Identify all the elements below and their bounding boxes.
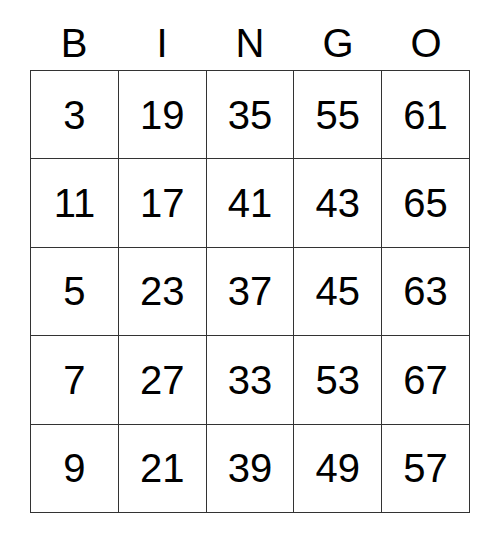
cell-r3-n[interactable]: 37 <box>207 248 295 336</box>
bingo-card: B I N G O 3 19 35 55 61 11 17 41 43 65 5… <box>0 0 500 544</box>
cell-r1-o[interactable]: 61 <box>382 71 470 159</box>
cell-r5-n[interactable]: 39 <box>207 425 295 513</box>
cell-r3-o[interactable]: 63 <box>382 248 470 336</box>
cell-r2-n[interactable]: 41 <box>207 159 295 247</box>
cell-r4-b[interactable]: 7 <box>31 336 119 424</box>
cell-r1-g[interactable]: 55 <box>294 71 382 159</box>
cell-r5-g[interactable]: 49 <box>294 425 382 513</box>
cell-r4-i[interactable]: 27 <box>119 336 207 424</box>
cell-r5-o[interactable]: 57 <box>382 425 470 513</box>
bingo-grid: 3 19 35 55 61 11 17 41 43 65 5 23 37 45 … <box>30 70 470 513</box>
cell-r5-i[interactable]: 21 <box>119 425 207 513</box>
header-letter-o: O <box>382 18 470 68</box>
cell-r4-n[interactable]: 33 <box>207 336 295 424</box>
header-letter-i: I <box>118 18 206 68</box>
cell-r5-b[interactable]: 9 <box>31 425 119 513</box>
cell-r2-g[interactable]: 43 <box>294 159 382 247</box>
header-letter-b: B <box>30 18 118 68</box>
header-letter-g: G <box>294 18 382 68</box>
cell-r1-b[interactable]: 3 <box>31 71 119 159</box>
cell-r4-o[interactable]: 67 <box>382 336 470 424</box>
bingo-header: B I N G O <box>30 18 470 68</box>
header-letter-n: N <box>206 18 294 68</box>
cell-r2-o[interactable]: 65 <box>382 159 470 247</box>
cell-r3-b[interactable]: 5 <box>31 248 119 336</box>
cell-r3-i[interactable]: 23 <box>119 248 207 336</box>
cell-r1-i[interactable]: 19 <box>119 71 207 159</box>
cell-r1-n[interactable]: 35 <box>207 71 295 159</box>
cell-r3-g[interactable]: 45 <box>294 248 382 336</box>
cell-r4-g[interactable]: 53 <box>294 336 382 424</box>
cell-r2-b[interactable]: 11 <box>31 159 119 247</box>
cell-r2-i[interactable]: 17 <box>119 159 207 247</box>
